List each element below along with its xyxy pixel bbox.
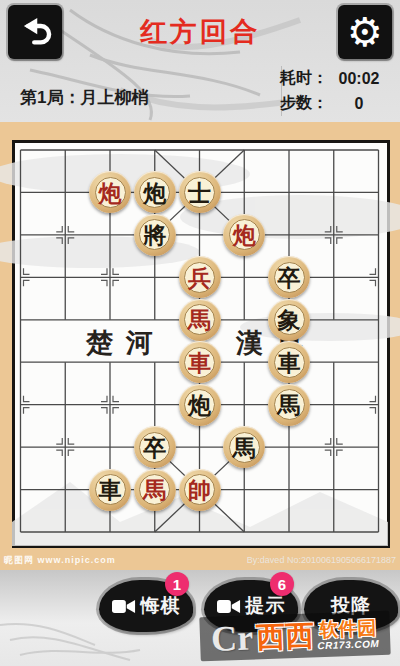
site-watermark-brand: 西西 [256,621,315,652]
piece-glyph: 馬 [274,389,305,420]
piece-glyph: 帥 [184,474,215,505]
gear-icon: ⚙ [347,12,383,52]
undo-move-button[interactable]: 悔棋 1 [99,580,193,632]
piece-glyph: 士 [184,177,215,208]
piece-red-兵[interactable]: 兵 [179,256,221,298]
pieces-layer: 炮炮士將炮兵卒馬象車車炮馬卒馬車馬帥 [0,122,400,570]
piece-glyph: 馬 [184,304,215,335]
piece-black-象[interactable]: 象 [268,299,310,341]
round-label: 第1局：月上柳梢 [20,86,148,109]
piece-black-卒[interactable]: 卒 [268,256,310,298]
stats-panel: 耗时： 00:02 步数： 0 [280,66,390,116]
piece-red-炮[interactable]: 炮 [223,214,265,256]
undo-badge: 1 [165,572,189,596]
piece-black-馬[interactable]: 馬 [268,384,310,426]
piece-glyph: 馬 [229,432,260,463]
piece-glyph: 卒 [274,262,305,293]
elapsed-time-value: 00:02 [328,70,390,88]
photo-watermark-left: 昵图网 www.nipic.com [4,554,116,567]
piece-red-炮[interactable]: 炮 [89,171,131,213]
elapsed-time-row: 耗时： 00:02 [280,66,390,91]
piece-black-車[interactable]: 車 [89,469,131,511]
piece-glyph: 卒 [139,432,170,463]
board-photo: 楚河 漢界 炮炮士將炮兵卒馬象車車炮馬卒馬車馬帥 昵图网 www.nipic.c… [0,122,400,570]
settings-button[interactable]: ⚙ [338,5,392,59]
move-count-label: 步数： [280,93,328,114]
piece-red-車[interactable]: 車 [179,341,221,383]
piece-red-帥[interactable]: 帥 [179,469,221,511]
piece-glyph: 車 [184,347,215,378]
undo-move-label: 悔棋 [141,593,181,619]
site-watermark-url: CR173.COM [317,639,379,651]
app-screen: 红方回合 ⚙ 第1局：月上柳梢 耗时： 00:02 步数： 0 楚河 漢界 炮炮… [0,0,400,666]
piece-black-將[interactable]: 將 [134,214,176,256]
site-watermark-logo: Cr [211,619,254,656]
elapsed-time-label: 耗时： [280,68,328,89]
video-icon [217,598,241,615]
header: 红方回合 ⚙ 第1局：月上柳梢 耗时： 00:02 步数： 0 [0,0,400,122]
piece-black-車[interactable]: 車 [268,341,310,383]
piece-glyph: 炮 [139,177,170,208]
piece-red-馬[interactable]: 馬 [134,469,176,511]
hint-badge: 6 [270,572,294,596]
piece-glyph: 炮 [229,219,260,250]
photo-watermark-strip: 昵图网 www.nipic.com By:daved No:2010061905… [0,552,400,568]
footer: 悔棋 1 提示 6 投降 Cr 西西 软件园 CR173.COM [0,570,400,666]
video-icon [112,598,136,615]
piece-glyph: 兵 [184,262,215,293]
piece-black-士[interactable]: 士 [179,171,221,213]
piece-glyph: 象 [274,304,305,335]
piece-glyph: 車 [274,347,305,378]
piece-black-炮[interactable]: 炮 [134,171,176,213]
piece-glyph: 將 [139,219,170,250]
piece-black-炮[interactable]: 炮 [179,384,221,426]
site-watermark-suffix-wrap: 软件园 CR173.COM [317,618,380,651]
move-count-row: 步数： 0 [280,91,390,116]
site-watermark-suffix: 软件园 [319,618,377,639]
piece-black-卒[interactable]: 卒 [134,426,176,468]
piece-glyph: 炮 [95,177,126,208]
piece-glyph: 炮 [184,389,215,420]
piece-black-馬[interactable]: 馬 [223,426,265,468]
piece-glyph: 車 [95,474,126,505]
site-watermark: Cr 西西 软件园 CR173.COM [199,611,390,662]
photo-watermark-right: By:daved No:2010061905066171887 [247,555,396,565]
piece-glyph: 馬 [139,474,170,505]
piece-red-馬[interactable]: 馬 [179,299,221,341]
move-count-value: 0 [328,95,390,113]
